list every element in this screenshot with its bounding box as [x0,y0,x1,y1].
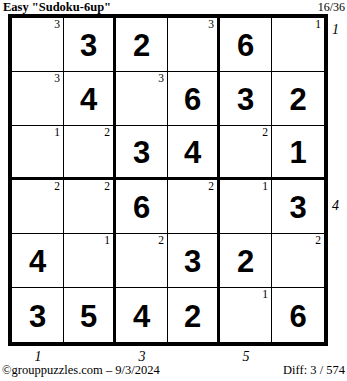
row-label-4: 4 [332,198,346,214]
given-digit: 4 [80,84,97,115]
cell-r4c5[interactable]: 1 [220,180,272,234]
cell-r4c2[interactable]: 2 [64,180,116,234]
given-digit: 2 [133,30,150,61]
board: 332361343632123421226213412322354216 [8,14,328,346]
pencil-mark: 2 [104,180,110,193]
given-digit: 3 [29,301,46,332]
pencil-mark: 2 [54,180,60,193]
cell-r1c3[interactable]: 2 [116,18,168,72]
given-digit: 6 [289,301,306,332]
pencil-mark: 1 [262,288,268,301]
cell-r3c6[interactable]: 1 [272,126,324,180]
cell-r1c4[interactable]: 3 [168,18,220,72]
footer: ©grouppuzzles.com – 9/3/2024 Diff: 3 / 5… [2,363,345,378]
given-digit: 6 [237,30,254,61]
cell-r2c5[interactable]: 3 [220,72,272,126]
cell-r3c1[interactable]: 1 [12,126,64,180]
pencil-mark: 2 [315,234,321,247]
difficulty-text: Diff: 3 / 574 [283,363,345,378]
given-digit: 3 [237,84,254,115]
cell-r1c6[interactable]: 1 [272,18,324,72]
cell-r6c3[interactable]: 4 [116,288,168,342]
pencil-mark: 3 [54,72,60,85]
cell-r3c5[interactable]: 2 [220,126,272,180]
pencil-mark: 2 [104,126,110,139]
cell-r6c1[interactable]: 3 [12,288,64,342]
given-digit: 4 [133,301,150,332]
pencil-mark: 3 [54,18,60,31]
cell-r6c4[interactable]: 2 [168,288,220,342]
pencil-mark: 1 [315,18,321,31]
given-digit: 2 [184,301,201,332]
cell-r4c1[interactable]: 2 [12,180,64,234]
given-digit: 5 [80,301,97,332]
given-digit: 3 [80,30,97,61]
given-digit: 6 [133,192,150,223]
copyright-text: ©grouppuzzles.com – 9/3/2024 [2,363,160,378]
given-digit: 3 [289,192,306,223]
given-digit: 2 [237,246,254,277]
cell-r3c2[interactable]: 2 [64,126,116,180]
cell-r5c1[interactable]: 4 [12,234,64,288]
given-digit: 2 [289,84,306,115]
cell-r2c3[interactable]: 3 [116,72,168,126]
pencil-mark: 2 [262,126,268,139]
cell-r6c5[interactable]: 1 [220,288,272,342]
given-digit: 3 [133,137,150,168]
pencil-mark: 3 [158,72,164,85]
cell-r3c3[interactable]: 3 [116,126,168,180]
cell-r2c4[interactable]: 6 [168,72,220,126]
cell-r1c2[interactable]: 3 [64,18,116,72]
given-digit: 1 [289,137,306,168]
cell-r3c4[interactable]: 4 [168,126,220,180]
cell-r6c6[interactable]: 6 [272,288,324,342]
cell-r4c3[interactable]: 6 [116,180,168,234]
given-digit: 4 [29,246,46,277]
given-digit: 3 [184,246,201,277]
pencil-mark: 1 [54,126,60,139]
pencil-mark: 2 [158,234,164,247]
cell-r2c6[interactable]: 2 [272,72,324,126]
pencil-mark: 3 [208,18,214,31]
cell-r1c1[interactable]: 3 [12,18,64,72]
cell-r1c5[interactable]: 6 [220,18,272,72]
cell-r5c6[interactable]: 2 [272,234,324,288]
given-digit: 6 [184,84,201,115]
cell-r5c5[interactable]: 2 [220,234,272,288]
given-digit: 4 [184,137,201,168]
pencil-mark: 1 [262,180,268,193]
page-number: 16/36 [318,0,345,15]
cell-r2c2[interactable]: 4 [64,72,116,126]
row-label-1: 1 [332,22,346,38]
cell-r4c4[interactable]: 2 [168,180,220,234]
cell-r5c2[interactable]: 1 [64,234,116,288]
puzzle-title: Easy "Sudoku-6up" [3,0,111,15]
cell-r5c4[interactable]: 3 [168,234,220,288]
pencil-mark: 1 [104,234,110,247]
cell-r2c1[interactable]: 3 [12,72,64,126]
cell-r6c2[interactable]: 5 [64,288,116,342]
pencil-mark: 2 [208,180,214,193]
cell-r4c6[interactable]: 3 [272,180,324,234]
cell-r5c3[interactable]: 2 [116,234,168,288]
